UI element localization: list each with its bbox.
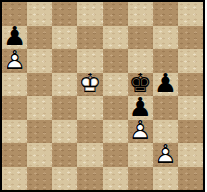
square-d4[interactable]	[77, 96, 102, 120]
black-king-f5: ♚	[128, 73, 153, 97]
square-a4[interactable]	[2, 96, 27, 120]
square-b3[interactable]	[27, 120, 52, 144]
white-piece-outline-glyph: ♙	[154, 141, 177, 167]
square-h4[interactable]	[178, 96, 203, 120]
square-a8[interactable]	[2, 2, 27, 26]
white-piece-fill-glyph: ♟	[129, 117, 152, 143]
white-piece-outline-glyph: ♙	[3, 47, 26, 73]
square-h7[interactable]	[178, 26, 203, 50]
square-f7[interactable]	[128, 26, 153, 50]
black-pawn-g5: ♟	[153, 73, 178, 97]
white-piece-outline-glyph: ♙	[129, 117, 152, 143]
square-b2[interactable]	[27, 143, 52, 167]
square-g1[interactable]	[153, 167, 178, 191]
square-g2[interactable]: ♟♙	[153, 143, 178, 167]
square-f6[interactable]	[128, 49, 153, 73]
square-d3[interactable]	[77, 120, 102, 144]
square-g6[interactable]	[153, 49, 178, 73]
chess-diagram: ♟♟♙♚♔♚♟♟♟♙♟♙	[0, 0, 207, 192]
square-f8[interactable]	[128, 2, 153, 26]
square-f4[interactable]: ♟	[128, 96, 153, 120]
right-edge-gap	[205, 0, 207, 192]
white-pawn-f3: ♟♙	[128, 120, 153, 144]
square-e5[interactable]	[103, 73, 128, 97]
black-pawn-f4: ♟	[128, 96, 153, 120]
black-pawn-a7: ♟	[2, 26, 27, 50]
square-a7[interactable]: ♟	[2, 26, 27, 50]
square-c5[interactable]	[52, 73, 77, 97]
square-h3[interactable]	[178, 120, 203, 144]
square-a6[interactable]: ♟♙	[2, 49, 27, 73]
square-c8[interactable]	[52, 2, 77, 26]
square-h5[interactable]	[178, 73, 203, 97]
black-piece-glyph: ♟	[3, 23, 26, 49]
square-c7[interactable]	[52, 26, 77, 50]
square-h6[interactable]	[178, 49, 203, 73]
square-a3[interactable]	[2, 120, 27, 144]
square-b4[interactable]	[27, 96, 52, 120]
black-piece-glyph: ♟	[154, 70, 177, 96]
square-c2[interactable]	[52, 143, 77, 167]
square-e3[interactable]	[103, 120, 128, 144]
black-piece-glyph: ♟	[129, 94, 152, 120]
square-f3[interactable]: ♟♙	[128, 120, 153, 144]
square-b1[interactable]	[27, 167, 52, 191]
square-d5[interactable]: ♚♔	[77, 73, 102, 97]
square-f1[interactable]	[128, 167, 153, 191]
square-g5[interactable]: ♟	[153, 73, 178, 97]
square-e2[interactable]	[103, 143, 128, 167]
square-b7[interactable]	[27, 26, 52, 50]
square-g7[interactable]	[153, 26, 178, 50]
chess-board: ♟♟♙♚♔♚♟♟♟♙♟♙	[0, 0, 205, 192]
square-h8[interactable]	[178, 2, 203, 26]
square-e6[interactable]	[103, 49, 128, 73]
square-b8[interactable]	[27, 2, 52, 26]
white-piece-outline-glyph: ♔	[78, 70, 101, 96]
square-h2[interactable]	[178, 143, 203, 167]
square-e7[interactable]	[103, 26, 128, 50]
square-b5[interactable]	[27, 73, 52, 97]
white-pawn-g2: ♟♙	[153, 143, 178, 167]
square-e4[interactable]	[103, 96, 128, 120]
black-piece-glyph: ♚	[129, 70, 152, 96]
square-d1[interactable]	[77, 167, 102, 191]
white-pawn-a6: ♟♙	[2, 49, 27, 73]
square-a5[interactable]	[2, 73, 27, 97]
square-d7[interactable]	[77, 26, 102, 50]
white-piece-fill-glyph: ♚	[78, 70, 101, 96]
square-a1[interactable]	[2, 167, 27, 191]
square-f2[interactable]	[128, 143, 153, 167]
square-d2[interactable]	[77, 143, 102, 167]
square-d8[interactable]	[77, 2, 102, 26]
white-piece-fill-glyph: ♟	[3, 47, 26, 73]
square-b6[interactable]	[27, 49, 52, 73]
square-c4[interactable]	[52, 96, 77, 120]
square-e8[interactable]	[103, 2, 128, 26]
square-g3[interactable]	[153, 120, 178, 144]
white-king-d5: ♚♔	[77, 73, 102, 97]
square-d6[interactable]	[77, 49, 102, 73]
white-piece-fill-glyph: ♟	[154, 141, 177, 167]
square-h1[interactable]	[178, 167, 203, 191]
square-g8[interactable]	[153, 2, 178, 26]
square-e1[interactable]	[103, 167, 128, 191]
square-c3[interactable]	[52, 120, 77, 144]
square-f5[interactable]: ♚	[128, 73, 153, 97]
square-c1[interactable]	[52, 167, 77, 191]
square-a2[interactable]	[2, 143, 27, 167]
square-c6[interactable]	[52, 49, 77, 73]
square-g4[interactable]	[153, 96, 178, 120]
